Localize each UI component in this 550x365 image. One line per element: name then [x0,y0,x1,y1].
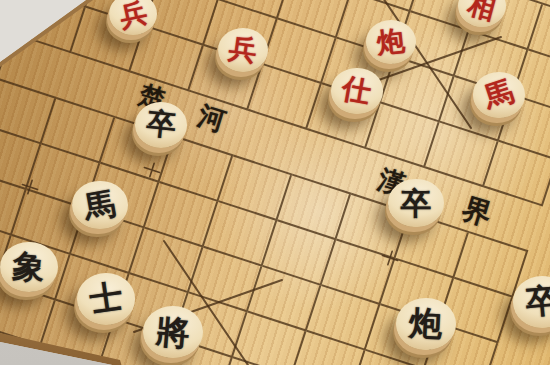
piece-character: 兵 [215,25,270,75]
piece-character: 兵 [105,0,161,40]
piece-red-elephant[interactable]: 相 [458,0,506,27]
piece-black-soldier[interactable]: 卒 [135,102,187,148]
piece-black-elephant[interactable]: 象 [0,242,57,292]
piece-black-soldier[interactable]: 卒 [513,276,550,328]
piece-red-soldier[interactable]: 兵 [218,28,268,72]
piece-red-soldier[interactable]: 兵 [109,0,157,35]
piece-red-cannon[interactable]: 炮 [366,20,415,64]
piece-character: 仕 [328,64,386,117]
xiangqi-photo-scene: 楚河漢界 兵相兵炮仕馬卒卒馬象士將炮卒 [0,0,550,365]
piece-character: 炮 [395,296,457,351]
piece-character: 卒 [133,99,190,150]
piece-character: 相 [453,0,511,33]
piece-character: 卒 [388,179,443,227]
piece-red-horse[interactable]: 馬 [473,72,524,117]
piece-black-cannon[interactable]: 炮 [396,298,455,350]
piece-black-soldier[interactable]: 卒 [388,179,443,227]
piece-black-general[interactable]: 將 [143,306,203,358]
piece-red-advisor[interactable]: 仕 [331,68,382,113]
piece-character: 馬 [69,176,132,233]
piece-character: 將 [141,303,205,360]
piece-character: 象 [0,239,60,294]
piece-black-advisor[interactable]: 士 [77,273,135,324]
piece-black-horse[interactable]: 馬 [72,181,127,230]
piece-character: 炮 [364,18,418,66]
piece-character: 馬 [468,66,531,125]
piece-character: 卒 [511,274,550,330]
piece-character: 士 [73,269,138,328]
pieces-layer: 兵相兵炮仕馬卒卒馬象士將炮卒 [0,0,550,365]
